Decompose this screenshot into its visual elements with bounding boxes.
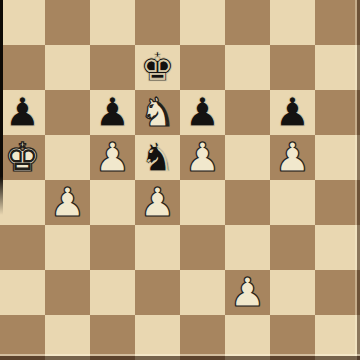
square-c8[interactable] (90, 0, 135, 45)
square-g2[interactable] (270, 270, 315, 315)
square-a8[interactable] (0, 0, 45, 45)
piece-black-pawn: ♟ (275, 92, 311, 132)
square-d2[interactable] (135, 270, 180, 315)
piece-white-pawn: ♟ (95, 137, 131, 177)
square-f6[interactable] (225, 90, 270, 135)
square-d5[interactable]: ♞ (135, 135, 180, 180)
square-g5[interactable]: ♟ (270, 135, 315, 180)
square-h5[interactable] (315, 135, 360, 180)
square-e1[interactable] (180, 315, 225, 360)
square-g7[interactable] (270, 45, 315, 90)
square-b5[interactable] (45, 135, 90, 180)
piece-black-knight: ♞ (140, 137, 176, 177)
square-d4[interactable]: ♟ (135, 180, 180, 225)
square-a4[interactable] (0, 180, 45, 225)
square-c6[interactable]: ♟ (90, 90, 135, 135)
square-d8[interactable] (135, 0, 180, 45)
square-b7[interactable] (45, 45, 90, 90)
piece-white-pawn: ♟ (275, 137, 311, 177)
square-c1[interactable] (90, 315, 135, 360)
square-g3[interactable] (270, 225, 315, 270)
square-e5[interactable]: ♟ (180, 135, 225, 180)
square-f7[interactable] (225, 45, 270, 90)
square-c7[interactable] (90, 45, 135, 90)
square-c3[interactable] (90, 225, 135, 270)
square-d6[interactable]: ♞ (135, 90, 180, 135)
square-b1[interactable] (45, 315, 90, 360)
square-b6[interactable] (45, 90, 90, 135)
piece-black-pawn: ♟ (5, 92, 41, 132)
piece-white-knight: ♞ (140, 92, 176, 132)
square-f1[interactable] (225, 315, 270, 360)
square-a2[interactable] (0, 270, 45, 315)
square-e2[interactable] (180, 270, 225, 315)
piece-black-pawn: ♟ (185, 92, 221, 132)
piece-white-pawn: ♟ (230, 272, 266, 312)
square-e3[interactable] (180, 225, 225, 270)
chess-board: ♚♟♟♞♟♟♚♟♞♟♟♟♟♟ (0, 0, 360, 360)
square-h6[interactable] (315, 90, 360, 135)
square-f8[interactable] (225, 0, 270, 45)
square-f5[interactable] (225, 135, 270, 180)
video-frame: ♚♟♟♞♟♟♚♟♞♟♟♟♟♟ (0, 0, 360, 360)
square-h2[interactable] (315, 270, 360, 315)
square-b8[interactable] (45, 0, 90, 45)
piece-white-pawn: ♟ (50, 182, 86, 222)
square-c5[interactable]: ♟ (90, 135, 135, 180)
square-f4[interactable] (225, 180, 270, 225)
piece-white-pawn: ♟ (140, 182, 176, 222)
square-a7[interactable] (0, 45, 45, 90)
square-f2[interactable]: ♟ (225, 270, 270, 315)
square-e8[interactable] (180, 0, 225, 45)
square-h3[interactable] (315, 225, 360, 270)
square-a1[interactable] (0, 315, 45, 360)
square-a3[interactable] (0, 225, 45, 270)
piece-white-pawn: ♟ (185, 137, 221, 177)
square-e7[interactable] (180, 45, 225, 90)
square-c4[interactable] (90, 180, 135, 225)
square-d1[interactable] (135, 315, 180, 360)
square-h4[interactable] (315, 180, 360, 225)
piece-black-pawn: ♟ (95, 92, 131, 132)
square-e6[interactable]: ♟ (180, 90, 225, 135)
square-d7[interactable]: ♚ (135, 45, 180, 90)
square-g8[interactable] (270, 0, 315, 45)
square-h8[interactable] (315, 0, 360, 45)
square-a5[interactable]: ♚ (0, 135, 45, 180)
square-g4[interactable] (270, 180, 315, 225)
square-d3[interactable] (135, 225, 180, 270)
square-h7[interactable] (315, 45, 360, 90)
square-h1[interactable] (315, 315, 360, 360)
square-b3[interactable] (45, 225, 90, 270)
square-f3[interactable] (225, 225, 270, 270)
piece-white-king: ♚ (5, 137, 41, 177)
square-g6[interactable]: ♟ (270, 90, 315, 135)
square-c2[interactable] (90, 270, 135, 315)
piece-black-king: ♚ (140, 47, 176, 87)
square-g1[interactable] (270, 315, 315, 360)
square-b2[interactable] (45, 270, 90, 315)
square-b4[interactable]: ♟ (45, 180, 90, 225)
square-e4[interactable] (180, 180, 225, 225)
square-a6[interactable]: ♟ (0, 90, 45, 135)
